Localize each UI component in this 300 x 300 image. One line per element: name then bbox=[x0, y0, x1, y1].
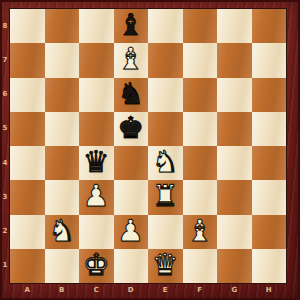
square-b2[interactable]: ♞ bbox=[45, 215, 80, 249]
rank-label-4: 4 bbox=[0, 146, 10, 180]
square-c2[interactable] bbox=[79, 215, 114, 249]
chess-board-frame: 87654321 ♝♝♞♚♛♞♟♜♞♟♝♚♛ ABCDEFGH bbox=[0, 0, 300, 300]
square-g4[interactable] bbox=[217, 146, 252, 180]
square-g5[interactable] bbox=[217, 112, 252, 146]
file-label-A: A bbox=[10, 284, 45, 297]
square-b8[interactable] bbox=[45, 9, 80, 43]
piece-white-bishop[interactable]: ♝ bbox=[117, 44, 144, 74]
square-a8[interactable] bbox=[10, 9, 45, 43]
square-f3[interactable] bbox=[183, 180, 218, 214]
square-c8[interactable] bbox=[79, 9, 114, 43]
square-b3[interactable] bbox=[45, 180, 80, 214]
file-labels: ABCDEFGH bbox=[10, 284, 286, 297]
square-a3[interactable] bbox=[10, 180, 45, 214]
square-a5[interactable] bbox=[10, 112, 45, 146]
square-f4[interactable] bbox=[183, 146, 218, 180]
square-a6[interactable] bbox=[10, 78, 45, 112]
square-c1[interactable]: ♚ bbox=[79, 249, 114, 283]
square-g2[interactable] bbox=[217, 215, 252, 249]
file-label-B: B bbox=[45, 284, 80, 297]
square-d5[interactable]: ♚ bbox=[114, 112, 149, 146]
square-e8[interactable] bbox=[148, 9, 183, 43]
square-d8[interactable]: ♝ bbox=[114, 9, 149, 43]
square-b5[interactable] bbox=[45, 112, 80, 146]
square-h3[interactable] bbox=[252, 180, 287, 214]
file-label-F: F bbox=[183, 284, 218, 297]
square-f2[interactable]: ♝ bbox=[183, 215, 218, 249]
square-h7[interactable] bbox=[252, 43, 287, 77]
rank-label-7: 7 bbox=[0, 43, 10, 77]
piece-black-queen[interactable]: ♛ bbox=[83, 147, 110, 177]
square-e7[interactable] bbox=[148, 43, 183, 77]
rank-label-5: 5 bbox=[0, 112, 10, 146]
piece-white-pawn[interactable]: ♟ bbox=[83, 181, 110, 211]
file-label-D: D bbox=[114, 284, 149, 297]
square-a2[interactable] bbox=[10, 215, 45, 249]
piece-black-bishop[interactable]: ♝ bbox=[117, 10, 144, 40]
piece-white-knight[interactable]: ♞ bbox=[48, 216, 75, 246]
square-h2[interactable] bbox=[252, 215, 287, 249]
square-f7[interactable] bbox=[183, 43, 218, 77]
piece-white-pawn[interactable]: ♟ bbox=[117, 216, 144, 246]
square-d7[interactable]: ♝ bbox=[114, 43, 149, 77]
file-label-C: C bbox=[79, 284, 114, 297]
file-label-E: E bbox=[148, 284, 183, 297]
square-b6[interactable] bbox=[45, 78, 80, 112]
square-g7[interactable] bbox=[217, 43, 252, 77]
piece-black-king[interactable]: ♚ bbox=[117, 113, 144, 143]
square-f8[interactable] bbox=[183, 9, 218, 43]
square-e6[interactable] bbox=[148, 78, 183, 112]
square-e1[interactable]: ♛ bbox=[148, 249, 183, 283]
file-label-G: G bbox=[217, 284, 252, 297]
square-h6[interactable] bbox=[252, 78, 287, 112]
square-a7[interactable] bbox=[10, 43, 45, 77]
square-b7[interactable] bbox=[45, 43, 80, 77]
rank-label-8: 8 bbox=[0, 9, 10, 43]
square-c3[interactable]: ♟ bbox=[79, 180, 114, 214]
square-e5[interactable] bbox=[148, 112, 183, 146]
square-a1[interactable] bbox=[10, 249, 45, 283]
square-d3[interactable] bbox=[114, 180, 149, 214]
square-d1[interactable] bbox=[114, 249, 149, 283]
piece-white-king[interactable]: ♚ bbox=[83, 250, 110, 280]
square-e2[interactable] bbox=[148, 215, 183, 249]
square-e4[interactable]: ♞ bbox=[148, 146, 183, 180]
square-f5[interactable] bbox=[183, 112, 218, 146]
square-f1[interactable] bbox=[183, 249, 218, 283]
square-h8[interactable] bbox=[252, 9, 287, 43]
square-g8[interactable] bbox=[217, 9, 252, 43]
square-h4[interactable] bbox=[252, 146, 287, 180]
rank-label-1: 1 bbox=[0, 249, 10, 283]
rank-label-3: 3 bbox=[0, 180, 10, 214]
square-d4[interactable] bbox=[114, 146, 149, 180]
square-g1[interactable] bbox=[217, 249, 252, 283]
square-h5[interactable] bbox=[252, 112, 287, 146]
square-e3[interactable]: ♜ bbox=[148, 180, 183, 214]
piece-white-knight[interactable]: ♞ bbox=[152, 147, 179, 177]
square-d6[interactable]: ♞ bbox=[114, 78, 149, 112]
square-f6[interactable] bbox=[183, 78, 218, 112]
square-a4[interactable] bbox=[10, 146, 45, 180]
square-c7[interactable] bbox=[79, 43, 114, 77]
piece-white-queen[interactable]: ♛ bbox=[152, 250, 179, 280]
square-c4[interactable]: ♛ bbox=[79, 146, 114, 180]
rank-label-2: 2 bbox=[0, 215, 10, 249]
piece-black-knight[interactable]: ♞ bbox=[117, 79, 144, 109]
square-h1[interactable] bbox=[252, 249, 287, 283]
square-g3[interactable] bbox=[217, 180, 252, 214]
chess-board[interactable]: ♝♝♞♚♛♞♟♜♞♟♝♚♛ bbox=[10, 9, 286, 283]
rank-labels: 87654321 bbox=[0, 9, 10, 283]
square-c5[interactable] bbox=[79, 112, 114, 146]
square-g6[interactable] bbox=[217, 78, 252, 112]
piece-white-rook[interactable]: ♜ bbox=[152, 181, 179, 211]
square-d2[interactable]: ♟ bbox=[114, 215, 149, 249]
piece-white-bishop[interactable]: ♝ bbox=[186, 216, 213, 246]
file-label-H: H bbox=[252, 284, 287, 297]
rank-label-6: 6 bbox=[0, 78, 10, 112]
square-c6[interactable] bbox=[79, 78, 114, 112]
square-b4[interactable] bbox=[45, 146, 80, 180]
square-b1[interactable] bbox=[45, 249, 80, 283]
